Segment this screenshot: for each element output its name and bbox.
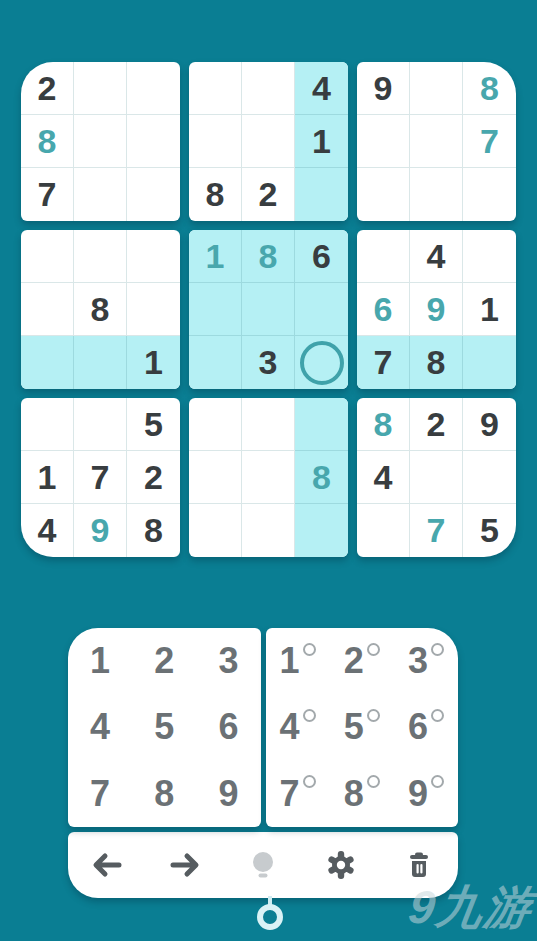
erase-trash-icon [403,849,435,881]
note-digit-label: 7 [280,773,300,815]
note-digit-label: 4 [280,706,300,748]
notepad-digit-5[interactable]: 5 [330,694,394,760]
cell-r7c8[interactable]: 2 [410,398,463,451]
settings-button[interactable] [319,843,363,887]
numpad-digit-3[interactable]: 3 [196,628,260,694]
box-8: 8 [189,398,348,557]
note-digit-label: 1 [280,640,300,682]
note-ring-icon [431,643,444,656]
cell-r1c6[interactable]: 4 [295,62,348,115]
numpad-normal: 123456789 [68,628,261,827]
numpad-digit-2[interactable]: 2 [132,628,196,694]
number-pads: 123456789 123456789 [68,628,458,827]
cell-r4c8[interactable]: 4 [410,230,463,283]
note-digit-label: 3 [408,640,428,682]
cell-r2c6[interactable]: 1 [295,115,348,168]
cell-r2c9[interactable]: 7 [463,115,516,168]
note-ring-icon [303,709,316,722]
settings-gear-icon [325,849,357,881]
cell-r7c6[interactable] [295,398,348,451]
cell-r1c4[interactable] [189,62,242,115]
cell-r2c3[interactable] [127,115,180,168]
notepad-digit-8[interactable]: 8 [330,761,394,827]
cell-r2c1[interactable]: 8 [21,115,74,168]
cell-r1c8[interactable] [410,62,463,115]
cell-r6c3[interactable]: 1 [127,336,180,389]
cell-r4c4[interactable]: 1 [189,230,242,283]
sudoku-board: 287418298781186346917851724988829475 [21,62,516,557]
numpad-digit-6[interactable]: 6 [196,694,260,760]
cell-r8c1[interactable]: 1 [21,451,74,504]
cell-r4c6[interactable]: 6 [295,230,348,283]
box-4: 81 [21,230,180,389]
cell-r3c1[interactable]: 7 [21,168,74,221]
erase-button[interactable] [397,843,441,887]
cell-r9c6[interactable] [295,504,348,557]
cell-r4c1[interactable] [21,230,74,283]
cell-r1c5[interactable] [242,62,295,115]
cell-r4c9[interactable] [463,230,516,283]
cell-r9c5[interactable] [242,504,295,557]
cell-r4c7[interactable] [357,230,410,283]
cell-r6c7[interactable]: 7 [357,336,410,389]
note-ring-icon [431,709,444,722]
cell-r6c8[interactable]: 8 [410,336,463,389]
sudoku-app-screen: 287418298781186346917851724988829475 123… [0,0,537,941]
redo-arrow-right-icon [168,851,202,879]
note-ring-icon [367,775,380,788]
input-cluster: 123456789 123456789 [68,628,458,898]
cell-r1c1[interactable]: 2 [21,62,74,115]
numpad-digit-1[interactable]: 1 [68,628,132,694]
undo-arrow-left-icon [90,851,124,879]
cell-r3c4[interactable]: 8 [189,168,242,221]
box-5: 1863 [189,230,348,389]
note-digit-label: 5 [344,706,364,748]
numpad-notes: 123456789 [266,628,459,827]
cell-r9c1[interactable]: 4 [21,504,74,557]
cell-r1c2[interactable] [74,62,127,115]
note-digit-label: 6 [408,706,428,748]
cell-r5c2[interactable]: 8 [74,283,127,336]
cell-r3c5[interactable]: 2 [242,168,295,221]
cell-r8c8[interactable] [410,451,463,504]
cell-r7c9[interactable]: 9 [463,398,516,451]
cell-r3c8[interactable] [410,168,463,221]
cell-r3c6[interactable] [295,168,348,221]
note-digit-label: 8 [344,773,364,815]
toolbar [68,832,458,898]
cell-r6c1[interactable] [21,336,74,389]
cell-r8c3[interactable]: 2 [127,451,180,504]
box-7: 5172498 [21,398,180,557]
cell-r5c8[interactable]: 9 [410,283,463,336]
cell-r8c4[interactable] [189,451,242,504]
numpad-digit-8[interactable]: 8 [132,761,196,827]
cell-r1c7[interactable]: 9 [357,62,410,115]
cell-r5c6[interactable] [295,283,348,336]
cell-r5c4[interactable] [189,283,242,336]
note-ring-icon [431,775,444,788]
cell-r7c4[interactable] [189,398,242,451]
cell-r3c2[interactable] [74,168,127,221]
cell-r6c5[interactable]: 3 [242,336,295,389]
cell-r2c4[interactable] [189,115,242,168]
box-9: 829475 [357,398,516,557]
hint-button[interactable] [241,843,285,887]
cell-r9c4[interactable] [189,504,242,557]
note-ring-icon [303,643,316,656]
cell-r8c6[interactable]: 8 [295,451,348,504]
cell-r9c3[interactable]: 8 [127,504,180,557]
cell-r2c2[interactable] [74,115,127,168]
cell-r4c3[interactable] [127,230,180,283]
box-2: 4182 [189,62,348,221]
cell-r8c9[interactable] [463,451,516,504]
notepad-digit-7[interactable]: 7 [266,761,330,827]
box-3: 987 [357,62,516,221]
numpad-digit-5[interactable]: 5 [132,694,196,760]
cell-r6c9[interactable] [463,336,516,389]
cell-r6c6[interactable] [295,336,348,389]
note-digit-label: 2 [344,640,364,682]
cell-r2c5[interactable] [242,115,295,168]
box-6: 469178 [357,230,516,389]
cell-r2c8[interactable] [410,115,463,168]
notepad-digit-9[interactable]: 9 [394,761,458,827]
cell-r7c7[interactable]: 8 [357,398,410,451]
redo-button[interactable] [163,843,207,887]
note-digit-label: 9 [408,773,428,815]
cell-r9c7[interactable] [357,504,410,557]
cell-r8c2[interactable]: 7 [74,451,127,504]
cell-r3c9[interactable] [463,168,516,221]
notepad-digit-4[interactable]: 4 [266,694,330,760]
cell-r8c7[interactable]: 4 [357,451,410,504]
cell-r3c3[interactable] [127,168,180,221]
numpad-digit-9[interactable]: 9 [196,761,260,827]
cell-r7c1[interactable] [21,398,74,451]
cell-r8c5[interactable] [242,451,295,504]
cell-r4c5[interactable]: 8 [242,230,295,283]
cell-r7c3[interactable]: 5 [127,398,180,451]
cell-r1c9[interactable]: 8 [463,62,516,115]
note-ring-icon [367,643,380,656]
box-1: 287 [21,62,180,221]
numpad-digit-7[interactable]: 7 [68,761,132,827]
cell-r5c5[interactable] [242,283,295,336]
cell-r4c2[interactable] [74,230,127,283]
cell-r3c7[interactable] [357,168,410,221]
notepad-digit-2[interactable]: 2 [330,628,394,694]
cell-r5c1[interactable] [21,283,74,336]
cell-r6c2[interactable] [74,336,127,389]
numpad-digit-4[interactable]: 4 [68,694,132,760]
note-ring-icon [367,709,380,722]
hint-lightbulb-icon [247,849,279,881]
note-ring-icon [303,775,316,788]
cell-r7c2[interactable] [74,398,127,451]
notepad-digit-3[interactable]: 3 [394,628,458,694]
notepad-digit-6[interactable]: 6 [394,694,458,760]
cell-r9c8[interactable]: 7 [410,504,463,557]
notepad-digit-1[interactable]: 1 [266,628,330,694]
cell-r5c9[interactable]: 1 [463,283,516,336]
cell-r2c7[interactable] [357,115,410,168]
cell-r5c7[interactable]: 6 [357,283,410,336]
cell-r7c5[interactable] [242,398,295,451]
cell-r5c3[interactable] [127,283,180,336]
drag-handle-icon[interactable] [257,904,283,930]
undo-button[interactable] [85,843,129,887]
cell-r1c3[interactable] [127,62,180,115]
cell-r6c4[interactable] [189,336,242,389]
cell-r9c9[interactable]: 5 [463,504,516,557]
cell-r9c2[interactable]: 9 [74,504,127,557]
